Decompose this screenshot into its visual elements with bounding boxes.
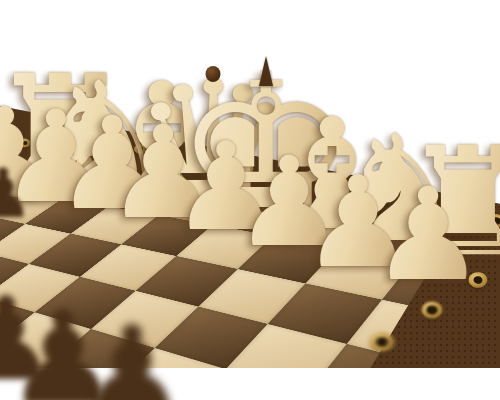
chess-piece-dark-pawn[interactable]: ♟ [76,310,189,400]
king-finial-spike [259,56,273,86]
chess-piece-dark-pawn[interactable]: ♟ [0,160,33,228]
pieces-layer: ♜♞♟♝♟♛♟♚♟♟♝♟♞♟♜♟♟♟♟♟ [0,0,500,400]
chess-piece-light-pawn[interactable]: ♟ [371,171,486,299]
chess-photo-stage: ♜♞♟♝♟♛♟♚♟♟♝♟♞♟♜♟♟♟♟♟ [0,0,500,400]
